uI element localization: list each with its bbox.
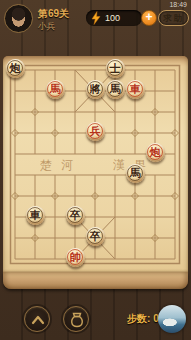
piece-black-chariot[interactable]: 車 [26,206,45,225]
piece-red-horse[interactable]: 馬 [46,80,65,99]
plus-icon: + [145,10,152,24]
coins-button[interactable] [63,306,89,332]
energy-value: 100 [105,13,120,23]
piece-glyph: 炮 [150,143,161,162]
piece-glyph: 馬 [130,164,141,183]
piece-black-soldier[interactable]: 卒 [66,206,85,225]
piece-black-horse[interactable]: 馬 [106,80,125,99]
top-bar: 第69关 小兵 18:49 100 + 求助 [0,0,191,54]
piece-glyph: 卒 [70,206,81,225]
energy-pill[interactable]: 100 [86,10,142,26]
piece-black-horse[interactable]: 馬 [126,164,145,183]
piece-glyph: 馬 [50,80,61,99]
help-button[interactable]: 求助 [158,10,189,26]
piece-glyph: 卒 [90,227,101,246]
piece-red-cannon[interactable]: 炮 [146,143,165,162]
piece-glyph: 車 [30,206,41,225]
collapse-button[interactable] [24,306,50,332]
board-edge [3,272,188,289]
piece-red-soldier[interactable]: 兵 [86,122,105,141]
lightning-icon [89,11,103,25]
level-title: 第69关 [38,7,69,21]
system-clock: 18:49 [169,1,187,8]
piece-glyph: 將 [90,80,101,99]
level-name: 小兵 [38,21,55,33]
app-screen: 第69关 小兵 18:49 100 + 求助 [0,0,191,340]
xiangqi-board: 楚河 漢界 炮士將馬馬車卒卒馬車兵炮帥 [3,56,188,272]
piece-black-advisor[interactable]: 士 [106,59,125,78]
piece-glyph: 馬 [110,80,121,99]
board-grid: 炮士將馬馬車卒卒馬車兵炮帥 [5,60,185,270]
piece-glyph: 兵 [90,122,101,141]
steps-label: 步数: [127,313,150,324]
piece-black-soldier[interactable]: 卒 [86,227,105,246]
piece-black-cannon[interactable]: 炮 [6,59,25,78]
piece-black-general[interactable]: 將 [86,80,105,99]
steps-counter: 步数: 0 [127,312,159,326]
player-avatar[interactable] [4,4,33,33]
piece-glyph: 炮 [10,59,21,78]
piece-glyph: 帥 [70,248,81,267]
add-energy-button[interactable]: + [141,10,157,26]
profile-photo[interactable] [158,305,186,333]
chevron-up-icon [29,311,47,329]
piece-red-chariot[interactable]: 車 [126,80,145,99]
piece-glyph: 車 [130,80,141,99]
piece-glyph: 士 [110,59,121,78]
money-bag-icon [68,311,86,329]
piece-red-general[interactable]: 帥 [66,248,85,267]
